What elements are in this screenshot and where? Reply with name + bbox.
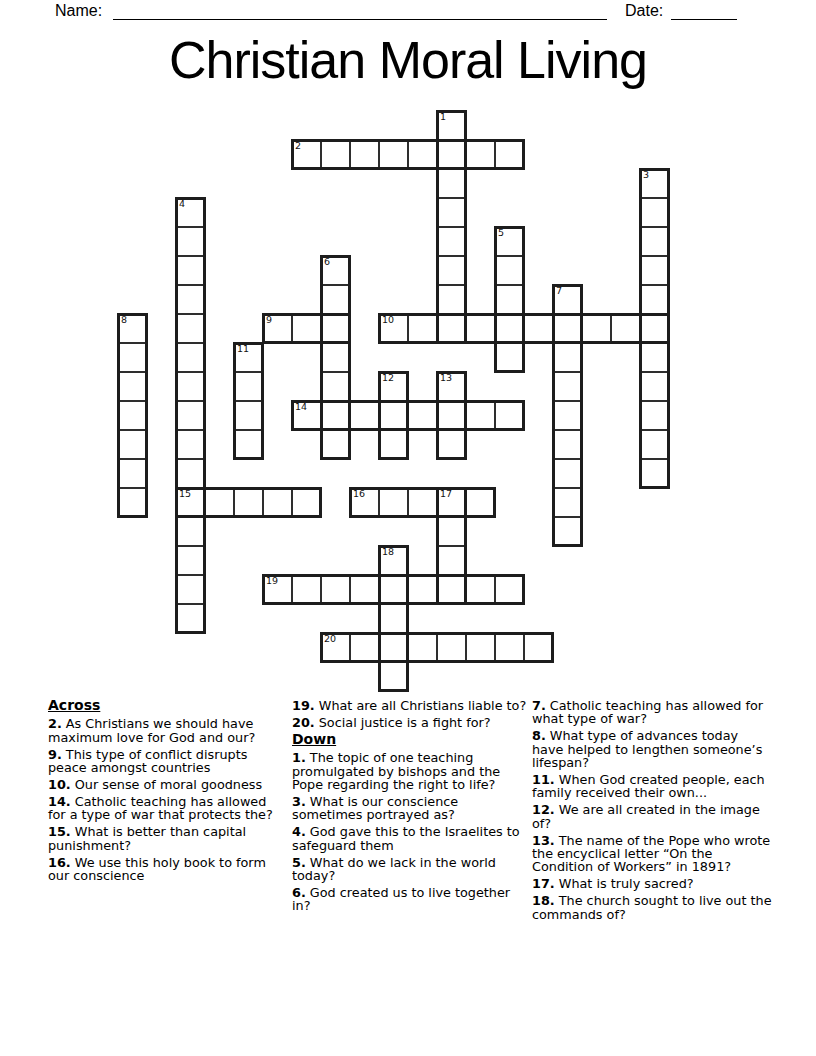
grid-cell[interactable] [175, 371, 206, 402]
grid-cell[interactable] [175, 458, 206, 489]
grid-cell[interactable] [378, 487, 409, 518]
clue-column-1: Across2. As Christians we should have ma… [48, 699, 286, 886]
clue-item: 19. What are all Christians liable to? [292, 699, 528, 712]
clue-item: 14. Catholic teaching has allowed for a … [48, 795, 286, 822]
grid-cell[interactable] [494, 574, 525, 605]
name-input-line[interactable] [113, 19, 607, 20]
grid-cell[interactable] [552, 516, 583, 547]
grid-cell[interactable]: 5 [494, 226, 525, 257]
clue-item-number: 3. [292, 794, 306, 809]
grid-cell[interactable] [552, 400, 583, 431]
clue-item: 13. The name of the Pope who wrote the e… [532, 834, 772, 874]
grid-cell[interactable] [175, 545, 206, 576]
clue-item: 8. What type of advances today have help… [532, 729, 772, 769]
grid-cell[interactable] [465, 487, 496, 518]
clue-number: 19 [266, 575, 278, 586]
grid-cell[interactable]: 1 [436, 110, 467, 141]
clue-item: 3. What is our conscience sometimes port… [292, 795, 528, 822]
clue-item-number: 7. [532, 698, 546, 713]
clue-section-header: Down [292, 733, 528, 746]
clue-item-number: 2. [48, 716, 62, 731]
clue-number: 8 [121, 314, 127, 325]
grid-cell[interactable] [436, 429, 467, 460]
grid-cell[interactable] [175, 516, 206, 547]
clue-number: 3 [643, 169, 649, 180]
clue-number: 17 [440, 488, 452, 499]
grid-cell[interactable] [291, 313, 322, 344]
grid-cell[interactable]: 17 [436, 487, 467, 518]
grid-cell[interactable] [291, 487, 322, 518]
grid-cell[interactable] [320, 313, 351, 344]
clue-item-number: 5. [292, 855, 306, 870]
grid-cell[interactable] [175, 400, 206, 431]
clue-item-number: 20. [292, 715, 315, 730]
grid-cell[interactable] [494, 342, 525, 373]
grid-cell[interactable] [639, 226, 670, 257]
grid-cell[interactable] [494, 139, 525, 170]
grid-cell[interactable] [175, 255, 206, 286]
grid-cell[interactable] [320, 342, 351, 373]
grid-cell[interactable] [552, 313, 583, 344]
date-label: Date: [625, 2, 663, 20]
grid-cell[interactable] [320, 400, 351, 431]
grid-cell[interactable] [204, 487, 235, 518]
clue-item-number: 16. [48, 855, 71, 870]
clue-item-number: 13. [532, 833, 555, 848]
date-input-line[interactable] [671, 19, 737, 20]
clue-item: 1. The topic of one teaching promulgated… [292, 751, 528, 791]
clue-item-number: 9. [48, 747, 62, 762]
grid-cell[interactable] [117, 400, 148, 431]
grid-cell[interactable] [436, 400, 467, 431]
grid-cell[interactable] [639, 371, 670, 402]
grid-cell[interactable] [436, 139, 467, 170]
clue-number: 20 [324, 633, 336, 644]
grid-cell[interactable] [320, 371, 351, 402]
clue-item-number: 8. [532, 728, 546, 743]
grid-cell[interactable] [262, 487, 293, 518]
clue-item-number: 11. [532, 772, 555, 787]
grid-cell[interactable] [436, 255, 467, 286]
clue-item: 17. What is truly sacred? [532, 877, 772, 890]
grid-cell[interactable] [436, 168, 467, 199]
grid-cell[interactable] [552, 342, 583, 373]
grid-cell[interactable] [175, 313, 206, 344]
clue-number: 16 [353, 488, 365, 499]
grid-cell[interactable] [465, 139, 496, 170]
grid-cell[interactable]: 9 [262, 313, 293, 344]
grid-cell[interactable] [378, 603, 409, 634]
clue-item: 2. As Christians we should have maximum … [48, 717, 286, 744]
grid-cell[interactable] [436, 313, 467, 344]
grid-cell[interactable] [378, 632, 409, 663]
grid-cell[interactable] [378, 139, 409, 170]
clue-number: 13 [440, 372, 452, 383]
grid-cell[interactable] [117, 458, 148, 489]
grid-cell[interactable] [552, 429, 583, 460]
page-title: Christian Moral Living [0, 28, 816, 92]
clue-number: 4 [179, 198, 185, 209]
clue-number: 2 [295, 140, 301, 151]
grid-cell[interactable] [581, 313, 612, 344]
grid-cell[interactable]: 15 [175, 487, 206, 518]
grid-cell[interactable] [175, 603, 206, 634]
grid-cell[interactable] [175, 226, 206, 257]
grid-cell[interactable] [610, 313, 641, 344]
crossword-grid: 1234567891011121314151617181920 [117, 110, 670, 692]
grid-cell[interactable] [494, 255, 525, 286]
grid-cell[interactable] [117, 429, 148, 460]
grid-cell[interactable] [436, 197, 467, 228]
grid-cell[interactable] [523, 313, 554, 344]
grid-cell[interactable] [378, 661, 409, 692]
grid-cell[interactable] [639, 458, 670, 489]
grid-cell[interactable] [407, 632, 438, 663]
grid-cell[interactable] [320, 429, 351, 460]
grid-cell[interactable] [175, 429, 206, 460]
clue-item: 18. The church sought to live out the co… [532, 894, 772, 921]
grid-cell[interactable] [349, 139, 380, 170]
clue-number: 12 [382, 372, 394, 383]
grid-cell[interactable] [378, 400, 409, 431]
grid-cell[interactable]: 13 [436, 371, 467, 402]
clue-number: 7 [556, 285, 562, 296]
clue-item-number: 15. [48, 824, 71, 839]
name-label: Name: [55, 2, 102, 20]
grid-cell[interactable] [639, 284, 670, 315]
grid-cell[interactable] [552, 371, 583, 402]
grid-cell[interactable] [117, 371, 148, 402]
grid-cell[interactable] [175, 342, 206, 373]
grid-cell[interactable] [639, 429, 670, 460]
clue-item: 4. God gave this to the Israelites to sa… [292, 825, 528, 852]
grid-cell[interactable] [639, 400, 670, 431]
clue-item-number: 17. [532, 876, 555, 891]
grid-cell[interactable] [349, 632, 380, 663]
clue-item-number: 18. [532, 893, 555, 908]
grid-cell[interactable] [465, 313, 496, 344]
grid-cell[interactable] [552, 458, 583, 489]
grid-cell[interactable] [494, 400, 525, 431]
grid-cell[interactable] [639, 313, 670, 344]
grid-cell[interactable] [639, 342, 670, 373]
grid-cell[interactable] [233, 400, 264, 431]
grid-cell[interactable] [436, 516, 467, 547]
grid-cell[interactable] [407, 574, 438, 605]
clue-item-number: 14. [48, 794, 71, 809]
grid-cell[interactable] [117, 487, 148, 518]
clue-number: 6 [324, 256, 330, 267]
clue-item-number: 4. [292, 824, 306, 839]
grid-cell[interactable] [320, 284, 351, 315]
clue-item: 10. Our sense of moral goodness [48, 778, 286, 791]
clue-item: 16. We use this holy book to form our co… [48, 856, 286, 883]
clue-item: 5. What do we lack in the world today? [292, 856, 528, 883]
grid-cell[interactable] [407, 313, 438, 344]
clue-item: 20. Social justice is a fight for? [292, 716, 528, 729]
grid-cell[interactable] [436, 545, 467, 576]
clue-number: 1 [440, 111, 446, 122]
grid-cell[interactable]: 2 [291, 139, 322, 170]
grid-cell[interactable] [494, 313, 525, 344]
grid-cell[interactable]: 11 [233, 342, 264, 373]
clue-column-3: 7. Catholic teaching has allowed for wha… [532, 699, 772, 925]
grid-cell[interactable]: 14 [291, 400, 322, 431]
grid-cell[interactable] [523, 632, 554, 663]
grid-cell[interactable]: 3 [639, 168, 670, 199]
grid-cell[interactable]: 20 [320, 632, 351, 663]
grid-cell[interactable] [465, 632, 496, 663]
clue-number: 15 [179, 488, 191, 499]
grid-cell[interactable] [233, 429, 264, 460]
grid-cell[interactable] [407, 487, 438, 518]
clue-item: 15. What is better than capital punishme… [48, 825, 286, 852]
grid-cell[interactable] [552, 487, 583, 518]
grid-cell[interactable] [407, 139, 438, 170]
clue-number: 9 [266, 314, 272, 325]
clue-item: 11. When God created people, each family… [532, 773, 772, 800]
grid-cell[interactable] [349, 574, 380, 605]
grid-cell[interactable] [233, 487, 264, 518]
grid-cell[interactable] [175, 574, 206, 605]
clue-item: 9. This type of conflict disrupts peace … [48, 748, 286, 775]
grid-cell[interactable]: 7 [552, 284, 583, 315]
clue-item: 6. God created us to live together in? [292, 886, 528, 913]
grid-cell[interactable]: 8 [117, 313, 148, 344]
clue-number: 11 [237, 343, 249, 354]
clue-item-number: 1. [292, 750, 306, 765]
grid-cell[interactable] [233, 371, 264, 402]
grid-cell[interactable]: 12 [378, 371, 409, 402]
grid-cell[interactable] [378, 429, 409, 460]
clue-item-number: 10. [48, 777, 71, 792]
clue-item-number: 6. [292, 885, 306, 900]
grid-cell[interactable] [320, 574, 351, 605]
grid-cell[interactable]: 4 [175, 197, 206, 228]
clue-section-header: Across [48, 699, 286, 712]
clue-item: 7. Catholic teaching has allowed for wha… [532, 699, 772, 726]
grid-cell[interactable] [436, 226, 467, 257]
grid-cell[interactable]: 6 [320, 255, 351, 286]
grid-cell[interactable] [320, 139, 351, 170]
grid-cell[interactable] [349, 400, 380, 431]
grid-cell[interactable] [436, 632, 467, 663]
clue-item-number: 12. [532, 802, 555, 817]
clue-item-number: 19. [292, 698, 315, 713]
clue-number: 10 [382, 314, 394, 325]
grid-cell[interactable]: 16 [349, 487, 380, 518]
grid-cell[interactable] [117, 342, 148, 373]
grid-cell[interactable]: 10 [378, 313, 409, 344]
grid-cell[interactable] [494, 632, 525, 663]
grid-cell[interactable] [378, 574, 409, 605]
grid-cell[interactable] [407, 400, 438, 431]
clue-number: 18 [382, 546, 394, 557]
grid-cell[interactable] [494, 284, 525, 315]
clue-item: 12. We are all created in the image of? [532, 803, 772, 830]
grid-cell[interactable] [436, 574, 467, 605]
grid-cell[interactable] [436, 284, 467, 315]
clue-number: 14 [295, 401, 307, 412]
grid-cell[interactable] [465, 400, 496, 431]
grid-cell[interactable]: 19 [262, 574, 293, 605]
clue-column-2: 19. What are all Christians liable to?20… [292, 699, 528, 916]
grid-cell[interactable] [465, 574, 496, 605]
grid-cell[interactable] [639, 255, 670, 286]
grid-cell[interactable] [639, 197, 670, 228]
grid-cell[interactable] [291, 574, 322, 605]
grid-cell[interactable]: 18 [378, 545, 409, 576]
grid-cell[interactable] [175, 284, 206, 315]
clue-number: 5 [498, 227, 504, 238]
